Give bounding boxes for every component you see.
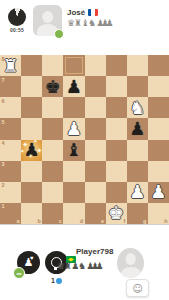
square-h3[interactable] xyxy=(148,161,169,182)
bottom-player-avatar[interactable] xyxy=(117,248,144,278)
bottom-player-name: Player798 xyxy=(76,247,113,256)
online-status-dot xyxy=(54,29,64,39)
square-e5[interactable] xyxy=(85,118,106,139)
chess-board: 8♜7♚♟6♞5♟♟4♟✦✦✦✦✦♝32♟♟1abcdef♚gh xyxy=(0,55,169,224)
piece-black-king[interactable]: ♚ xyxy=(42,76,63,97)
square-d2[interactable] xyxy=(63,182,84,203)
square-b6[interactable] xyxy=(21,97,42,118)
file-label: e xyxy=(101,218,104,224)
square-e8[interactable] xyxy=(85,55,106,76)
square-g7[interactable] xyxy=(127,76,148,97)
square-c6[interactable] xyxy=(42,97,63,118)
file-label: h xyxy=(164,218,167,224)
file-label: d xyxy=(80,218,83,224)
square-f8[interactable] xyxy=(106,55,127,76)
square-f4[interactable] xyxy=(106,140,127,161)
square-b1[interactable]: b xyxy=(21,203,42,224)
avatar-head-icon xyxy=(42,11,54,23)
square-a4[interactable]: 4 xyxy=(0,140,21,161)
square-b5[interactable] xyxy=(21,118,42,139)
file-label: g xyxy=(143,218,146,224)
square-f1[interactable]: f♚ xyxy=(106,203,127,224)
square-e3[interactable] xyxy=(85,161,106,182)
piece-black-pawn[interactable]: ♟ xyxy=(127,118,148,139)
square-c3[interactable] xyxy=(42,161,63,182)
hint-gem-icon xyxy=(56,278,62,284)
square-h5[interactable] xyxy=(148,118,169,139)
square-b7[interactable] xyxy=(21,76,42,97)
square-b3[interactable] xyxy=(21,161,42,182)
captured-knight-icon: ♞ xyxy=(88,18,95,28)
square-d7[interactable]: ♟ xyxy=(63,76,84,97)
square-f6[interactable] xyxy=(106,97,127,118)
square-g2[interactable]: ♟ xyxy=(127,182,148,203)
square-g3[interactable] xyxy=(127,161,148,182)
captured-knight-icon: ♞ xyxy=(78,261,85,271)
square-h4[interactable] xyxy=(148,140,169,161)
square-e2[interactable] xyxy=(85,182,106,203)
square-b2[interactable] xyxy=(21,182,42,203)
square-e6[interactable] xyxy=(85,97,106,118)
square-h1[interactable]: h xyxy=(148,203,169,224)
square-a5[interactable]: 5 xyxy=(0,118,21,139)
square-g5[interactable]: ♟ xyxy=(127,118,148,139)
avatar-body-icon xyxy=(120,267,141,278)
sparkle-icon: ✦ xyxy=(20,149,24,154)
square-e1[interactable]: e xyxy=(85,203,106,224)
piece-white-rook[interactable]: ♜ xyxy=(0,55,21,76)
top-clock-icon xyxy=(8,8,26,26)
square-c2[interactable] xyxy=(42,182,63,203)
square-e7[interactable] xyxy=(85,76,106,97)
piece-white-pawn[interactable]: ♟ xyxy=(63,118,84,139)
file-label: b xyxy=(37,218,40,224)
square-d5[interactable]: ♟ xyxy=(63,118,84,139)
infinity-badge: ∞ xyxy=(13,267,25,279)
sparkle-icon: ✦ xyxy=(36,147,42,154)
rank-label: 3 xyxy=(2,161,5,167)
piece-black-pawn[interactable]: ♟ xyxy=(63,76,84,97)
square-d6[interactable] xyxy=(63,97,84,118)
piece-white-pawn[interactable]: ♟ xyxy=(148,182,169,203)
square-g6[interactable]: ♞ xyxy=(127,97,148,118)
square-a1[interactable]: 1a xyxy=(0,203,21,224)
square-c7[interactable]: ♚ xyxy=(42,76,63,97)
top-player-name: José xyxy=(67,8,98,17)
file-label: a xyxy=(17,218,20,224)
square-f2[interactable] xyxy=(106,182,127,203)
square-d4[interactable]: ♝ xyxy=(63,140,84,161)
square-c4[interactable] xyxy=(42,140,63,161)
avatar-head-icon xyxy=(125,253,136,265)
square-c1[interactable]: c xyxy=(42,203,63,224)
heart-icon: ♥ xyxy=(30,255,34,261)
square-e4[interactable] xyxy=(85,140,106,161)
square-g1[interactable]: g xyxy=(127,203,148,224)
square-a2[interactable]: 2 xyxy=(0,182,21,203)
square-c5[interactable] xyxy=(42,118,63,139)
captured-pawns-icon: ♟♟♟ xyxy=(96,18,109,28)
square-h7[interactable] xyxy=(148,76,169,97)
square-h8[interactable] xyxy=(148,55,169,76)
hint-count: 1 xyxy=(45,277,68,284)
square-c8[interactable] xyxy=(42,55,63,76)
france-flag-icon xyxy=(88,9,98,16)
rank-label: 4 xyxy=(2,140,5,146)
rank-label: 6 xyxy=(2,98,5,104)
rank-label: 5 xyxy=(2,119,5,125)
square-a3[interactable]: 3 xyxy=(0,161,21,182)
square-d1[interactable]: d xyxy=(63,203,84,224)
square-a8[interactable]: 8♜ xyxy=(0,55,21,76)
last-move-outline xyxy=(65,57,82,74)
sparkle-icon: ✦ xyxy=(28,153,33,159)
emoji-chat-button[interactable]: ☺ xyxy=(126,279,149,297)
rank-label: 7 xyxy=(2,77,5,83)
square-a7[interactable]: 7 xyxy=(0,76,21,97)
square-d8[interactable] xyxy=(63,55,84,76)
square-b8[interactable] xyxy=(21,55,42,76)
piece-white-king[interactable]: ♚ xyxy=(106,203,127,224)
sparkle-icon: ✦ xyxy=(22,141,28,148)
rank-label: 2 xyxy=(2,182,5,188)
rank-label: 1 xyxy=(2,203,5,209)
piece-white-pawn[interactable]: ♟ xyxy=(127,182,148,203)
square-f5[interactable] xyxy=(106,118,127,139)
piece-white-knight[interactable]: ♞ xyxy=(127,97,148,118)
top-clock-time: 00:55 xyxy=(2,27,32,33)
square-f7[interactable] xyxy=(106,76,127,97)
sparkle-icon: ✦ xyxy=(33,139,37,144)
square-h2[interactable]: ♟ xyxy=(148,182,169,203)
file-label: c xyxy=(59,218,62,224)
square-g4[interactable] xyxy=(127,140,148,161)
square-d3[interactable] xyxy=(63,161,84,182)
square-f3[interactable] xyxy=(106,161,127,182)
bottom-captured-pieces: ♛♜♟♞♟♟♟ xyxy=(57,261,99,271)
captured-pawns-icon: ♟♟♟ xyxy=(86,261,99,271)
square-g8[interactable] xyxy=(127,55,148,76)
square-b4[interactable]: ♟✦✦✦✦✦ xyxy=(21,140,42,161)
piece-black-bishop[interactable]: ♝ xyxy=(63,140,84,161)
square-h6[interactable] xyxy=(148,97,169,118)
square-a6[interactable]: 6 xyxy=(0,97,21,118)
top-captured-pieces: ♛♜♝♞♟♟♟ xyxy=(67,18,109,28)
